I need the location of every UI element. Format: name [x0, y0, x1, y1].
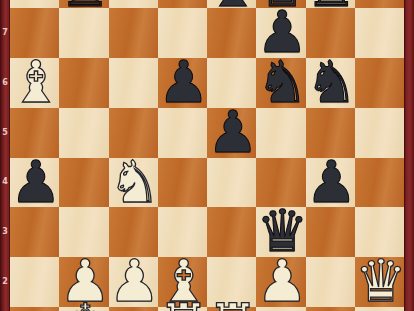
square-g2[interactable]: [306, 257, 355, 307]
square-d6[interactable]: ♟: [158, 58, 207, 108]
square-a1[interactable]: [10, 307, 59, 311]
black-pawn-d6[interactable]: ♟: [158, 58, 207, 108]
square-a6[interactable]: ♝: [10, 58, 59, 108]
square-h5[interactable]: [355, 108, 404, 158]
black-knight-f6[interactable]: ♞: [256, 58, 305, 108]
board-border-left: [0, 0, 10, 311]
square-d4[interactable]: [158, 158, 207, 208]
square-h7[interactable]: [355, 8, 404, 58]
square-b6[interactable]: [59, 58, 108, 108]
rank-label-7: 7: [0, 28, 10, 38]
black-pawn-a4[interactable]: ♟: [10, 158, 59, 208]
white-rook-d1[interactable]: ♜: [158, 301, 207, 311]
chess-board: ♜♝♚♜♟♝♟♞♞♟♟♞♟♛♟♟♝♟♛♚♜♜: [10, 0, 404, 311]
square-e3[interactable]: [207, 207, 256, 257]
square-e5[interactable]: ♟: [207, 108, 256, 158]
square-g4[interactable]: ♟: [306, 158, 355, 208]
square-a2[interactable]: [10, 257, 59, 307]
square-h6[interactable]: [355, 58, 404, 108]
square-b1[interactable]: ♚: [59, 307, 108, 311]
square-c4[interactable]: ♞: [109, 158, 158, 208]
white-king-b1[interactable]: ♚: [59, 301, 108, 311]
square-g8[interactable]: ♜: [306, 0, 355, 8]
square-c8[interactable]: [109, 0, 158, 8]
black-bishop-e8[interactable]: ♝: [207, 0, 256, 12]
white-queen-h2[interactable]: ♛: [355, 257, 404, 307]
rank-label-4: 4: [0, 177, 10, 187]
square-h8[interactable]: [355, 0, 404, 8]
square-h4[interactable]: [355, 158, 404, 208]
square-c2[interactable]: ♟: [109, 257, 158, 307]
square-f2[interactable]: ♟: [256, 257, 305, 307]
rank-label-2: 2: [0, 277, 10, 287]
white-rook-e1[interactable]: ♜: [207, 301, 256, 311]
square-e1[interactable]: ♜: [207, 307, 256, 311]
square-d1[interactable]: ♜: [158, 307, 207, 311]
square-e8[interactable]: ♝: [207, 0, 256, 8]
square-b5[interactable]: [59, 108, 108, 158]
rank-label-5: 5: [0, 128, 10, 138]
black-pawn-e5[interactable]: ♟: [207, 108, 256, 158]
square-a4[interactable]: ♟: [10, 158, 59, 208]
square-f6[interactable]: ♞: [256, 58, 305, 108]
square-b4[interactable]: [59, 158, 108, 208]
white-pawn-f2[interactable]: ♟: [256, 257, 305, 307]
rank-label-6: 6: [0, 78, 10, 88]
square-b8[interactable]: ♜: [59, 0, 108, 8]
black-knight-g6[interactable]: ♞: [306, 58, 355, 108]
square-a8[interactable]: [10, 0, 59, 8]
square-g1[interactable]: [306, 307, 355, 311]
square-h2[interactable]: ♛: [355, 257, 404, 307]
square-c7[interactable]: [109, 8, 158, 58]
white-bishop-a6[interactable]: ♝: [10, 58, 59, 108]
black-rook-g8[interactable]: ♜: [306, 0, 355, 12]
rank-label-3: 3: [0, 227, 10, 237]
black-rook-b8[interactable]: ♜: [59, 0, 108, 12]
square-c6[interactable]: [109, 58, 158, 108]
board-border-right: [404, 0, 414, 311]
white-knight-c4[interactable]: ♞: [109, 158, 158, 208]
white-pawn-c2[interactable]: ♟: [109, 257, 158, 307]
square-g6[interactable]: ♞: [306, 58, 355, 108]
chess-board-screenshot: ♜♝♚♜♟♝♟♞♞♟♟♞♟♛♟♟♝♟♛♚♜♜ 765432: [0, 0, 414, 311]
square-d8[interactable]: [158, 0, 207, 8]
black-pawn-g4[interactable]: ♟: [306, 158, 355, 208]
